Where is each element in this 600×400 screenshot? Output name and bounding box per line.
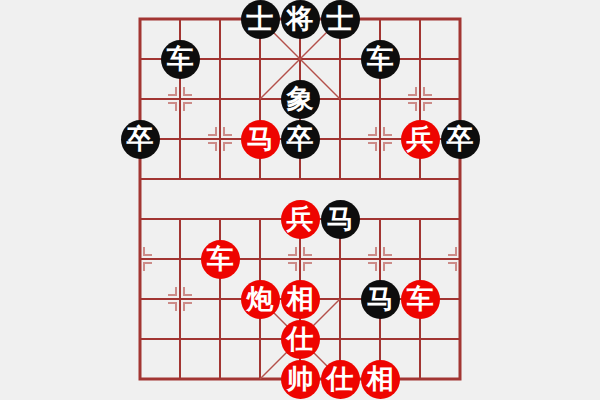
piece-red-horse[interactable]: 马 xyxy=(241,120,280,159)
piece-black-general[interactable]: 将 xyxy=(281,0,320,39)
piece-red-advisor[interactable]: 仕 xyxy=(281,320,320,359)
piece-red-elephant[interactable]: 相 xyxy=(361,360,400,399)
piece-black-chariot[interactable]: 车 xyxy=(161,40,200,79)
piece-red-soldier[interactable]: 兵 xyxy=(281,200,320,239)
piece-black-advisor[interactable]: 士 xyxy=(321,0,360,39)
piece-black-horse[interactable]: 马 xyxy=(321,200,360,239)
piece-red-general[interactable]: 帅 xyxy=(281,360,320,399)
piece-red-chariot[interactable]: 车 xyxy=(401,280,440,319)
piece-black-soldier[interactable]: 卒 xyxy=(281,120,320,159)
piece-red-chariot[interactable]: 车 xyxy=(201,240,240,279)
piece-red-advisor[interactable]: 仕 xyxy=(321,360,360,399)
piece-black-soldier[interactable]: 卒 xyxy=(121,120,160,159)
piece-black-elephant[interactable]: 象 xyxy=(281,80,320,119)
piece-black-soldier[interactable]: 卒 xyxy=(441,120,480,159)
board-grid: 士将士车车象卒马卒兵卒兵马车炮相马车仕帅仕相 xyxy=(120,0,480,399)
xiangqi-board: 士将士车车象卒马卒兵卒兵马车炮相马车仕帅仕相 xyxy=(0,0,600,400)
piece-red-elephant[interactable]: 相 xyxy=(281,280,320,319)
piece-black-advisor[interactable]: 士 xyxy=(241,0,280,39)
piece-red-soldier[interactable]: 兵 xyxy=(401,120,440,159)
piece-red-cannon[interactable]: 炮 xyxy=(241,280,280,319)
piece-black-horse[interactable]: 马 xyxy=(361,280,400,319)
piece-black-chariot[interactable]: 车 xyxy=(361,40,400,79)
